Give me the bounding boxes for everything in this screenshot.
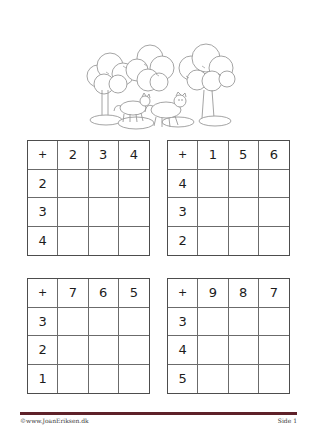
- answer-cell: [229, 170, 259, 199]
- answer-cell: [229, 336, 259, 365]
- col-header-cell: 7: [259, 279, 289, 308]
- row-header-cell: 3: [28, 308, 58, 337]
- answer-cell: [198, 308, 228, 337]
- operator-cell: +: [28, 141, 58, 170]
- col-header-cell: 7: [58, 279, 88, 308]
- answer-cell: [229, 308, 259, 337]
- answer-cell: [259, 336, 289, 365]
- addition-table-3: + 7 6 5 3 2 1: [27, 278, 150, 394]
- answer-cell: [198, 336, 228, 365]
- col-header-cell: 9: [198, 279, 228, 308]
- answer-cell: [259, 365, 289, 394]
- answer-cell: [198, 365, 228, 394]
- answer-cell: [198, 198, 228, 227]
- answer-cell: [259, 227, 289, 256]
- answer-cell: [89, 308, 119, 337]
- answer-cell: [259, 308, 289, 337]
- answer-cell: [119, 170, 149, 199]
- answer-cell: [259, 198, 289, 227]
- col-header-cell: 6: [89, 279, 119, 308]
- col-header-cell: 4: [119, 141, 149, 170]
- answer-cell: [119, 336, 149, 365]
- col-header-cell: 6: [259, 141, 289, 170]
- answer-cell: [229, 365, 259, 394]
- col-header-cell: 5: [229, 141, 259, 170]
- answer-cell: [119, 227, 149, 256]
- row-header-cell: 3: [168, 198, 198, 227]
- answer-cell: [58, 365, 88, 394]
- answer-cell: [89, 170, 119, 199]
- answer-cell: [58, 198, 88, 227]
- addition-table-2: + 1 5 6 4 3 2: [167, 140, 290, 256]
- answer-cell: [198, 170, 228, 199]
- answer-cell: [198, 227, 228, 256]
- answer-cell: [58, 336, 88, 365]
- addition-table-4: + 9 8 7 3 4 5: [167, 278, 290, 394]
- answer-cell: [89, 336, 119, 365]
- col-header-cell: 5: [119, 279, 149, 308]
- answer-cell: [229, 198, 259, 227]
- row-header-cell: 3: [28, 198, 58, 227]
- row-header-cell: 4: [28, 227, 58, 256]
- answer-cell: [89, 365, 119, 394]
- forest-animals-illustration: [78, 38, 238, 133]
- footer-divider-bar: [20, 412, 297, 415]
- row-header-cell: 2: [28, 336, 58, 365]
- row-header-cell: 4: [168, 170, 198, 199]
- operator-cell: +: [168, 279, 198, 308]
- addition-table-1: + 2 3 4 2 3 4: [27, 140, 150, 256]
- row-header-cell: 4: [168, 336, 198, 365]
- operator-cell: +: [168, 141, 198, 170]
- answer-cell: [89, 227, 119, 256]
- answer-cell: [259, 170, 289, 199]
- worksheet-page: + 2 3 4 2 3 4 + 1 5 6 4 3 2 +: [0, 0, 316, 448]
- operator-cell: +: [28, 279, 58, 308]
- col-header-cell: 8: [229, 279, 259, 308]
- copyright-text: ©www.JoanEriksen.dk: [20, 417, 89, 424]
- row-header-cell: 5: [168, 365, 198, 394]
- answer-cell: [119, 365, 149, 394]
- row-header-cell: 3: [168, 308, 198, 337]
- row-header-cell: 1: [28, 365, 58, 394]
- answer-cell: [58, 227, 88, 256]
- col-header-cell: 1: [198, 141, 228, 170]
- footer: ©www.JoanEriksen.dk Side 1: [20, 417, 297, 424]
- tree-canopy-right: [179, 44, 235, 91]
- answer-cell: [119, 308, 149, 337]
- row-header-cell: 2: [168, 227, 198, 256]
- tree-canopy-middle: [126, 45, 174, 91]
- answer-cell: [89, 198, 119, 227]
- col-header-cell: 2: [58, 141, 88, 170]
- answer-cell: [58, 170, 88, 199]
- row-header-cell: 2: [28, 170, 58, 199]
- answer-cell: [119, 198, 149, 227]
- page-number: Side 1: [278, 417, 297, 424]
- col-header-cell: 3: [89, 141, 119, 170]
- answer-cell: [229, 227, 259, 256]
- answer-cell: [58, 308, 88, 337]
